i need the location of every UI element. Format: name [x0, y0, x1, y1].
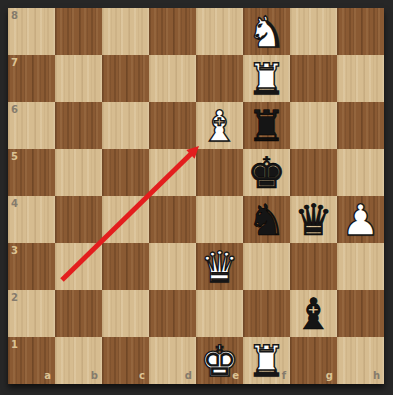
- square-d4[interactable]: [149, 196, 196, 243]
- coord-rank-7: 7: [11, 58, 18, 68]
- square-c1[interactable]: c: [102, 337, 149, 384]
- square-b5[interactable]: [55, 149, 102, 196]
- square-b1[interactable]: b: [55, 337, 102, 384]
- coord-rank-1: 1: [11, 340, 18, 350]
- square-b7[interactable]: [55, 55, 102, 102]
- square-d3[interactable]: [149, 243, 196, 290]
- square-f3[interactable]: [243, 243, 290, 290]
- square-a3[interactable]: 3: [8, 243, 55, 290]
- square-a8[interactable]: 8: [8, 8, 55, 55]
- coord-rank-6: 6: [11, 105, 18, 115]
- piece-black-queen-g4[interactable]: ♛: [290, 196, 337, 243]
- square-b6[interactable]: [55, 102, 102, 149]
- square-e2[interactable]: [196, 290, 243, 337]
- piece-black-bishop-g2[interactable]: ♝: [290, 290, 337, 337]
- square-c8[interactable]: [102, 8, 149, 55]
- square-g7[interactable]: [290, 55, 337, 102]
- square-c2[interactable]: [102, 290, 149, 337]
- square-g6[interactable]: [290, 102, 337, 149]
- square-g5[interactable]: [290, 149, 337, 196]
- square-a7[interactable]: 7: [8, 55, 55, 102]
- piece-white-bishop-e6[interactable]: ♝: [196, 102, 243, 149]
- square-c3[interactable]: [102, 243, 149, 290]
- piece-black-king-f5[interactable]: ♚: [243, 149, 290, 196]
- square-f2[interactable]: [243, 290, 290, 337]
- square-h2[interactable]: [337, 290, 384, 337]
- square-d7[interactable]: [149, 55, 196, 102]
- square-a2[interactable]: 2: [8, 290, 55, 337]
- square-d1[interactable]: d: [149, 337, 196, 384]
- chess-app-frame: 87654321abcdefgh ♞♜♝♜♚♞♛♟♛♝♚♜: [0, 0, 393, 395]
- square-g8[interactable]: [290, 8, 337, 55]
- piece-white-pawn-h4[interactable]: ♟: [337, 196, 384, 243]
- piece-white-knight-f8[interactable]: ♞: [243, 8, 290, 55]
- square-c7[interactable]: [102, 55, 149, 102]
- square-c4[interactable]: [102, 196, 149, 243]
- square-g1[interactable]: g: [290, 337, 337, 384]
- coord-rank-3: 3: [11, 246, 18, 256]
- square-h1[interactable]: h: [337, 337, 384, 384]
- coord-rank-4: 4: [11, 199, 18, 209]
- square-a5[interactable]: 5: [8, 149, 55, 196]
- coord-file-b: b: [91, 371, 98, 381]
- square-e7[interactable]: [196, 55, 243, 102]
- square-a1[interactable]: 1a: [8, 337, 55, 384]
- coord-file-d: d: [185, 371, 192, 381]
- piece-white-king-e1[interactable]: ♚: [196, 337, 243, 384]
- piece-black-knight-f4[interactable]: ♞: [243, 196, 290, 243]
- square-b3[interactable]: [55, 243, 102, 290]
- coord-file-c: c: [139, 371, 145, 381]
- square-d2[interactable]: [149, 290, 196, 337]
- coord-file-h: h: [373, 371, 380, 381]
- piece-white-rook-f1[interactable]: ♜: [243, 337, 290, 384]
- square-d6[interactable]: [149, 102, 196, 149]
- square-b2[interactable]: [55, 290, 102, 337]
- square-h6[interactable]: [337, 102, 384, 149]
- piece-white-rook-f7[interactable]: ♜: [243, 55, 290, 102]
- square-h7[interactable]: [337, 55, 384, 102]
- square-e4[interactable]: [196, 196, 243, 243]
- square-g3[interactable]: [290, 243, 337, 290]
- square-h3[interactable]: [337, 243, 384, 290]
- square-e5[interactable]: [196, 149, 243, 196]
- square-h5[interactable]: [337, 149, 384, 196]
- coord-rank-8: 8: [11, 11, 18, 21]
- square-c6[interactable]: [102, 102, 149, 149]
- coord-rank-2: 2: [11, 293, 18, 303]
- square-a4[interactable]: 4: [8, 196, 55, 243]
- coord-file-g: g: [326, 371, 333, 381]
- piece-white-queen-e3[interactable]: ♛: [196, 243, 243, 290]
- square-e8[interactable]: [196, 8, 243, 55]
- square-a6[interactable]: 6: [8, 102, 55, 149]
- square-b8[interactable]: [55, 8, 102, 55]
- square-c5[interactable]: [102, 149, 149, 196]
- square-d5[interactable]: [149, 149, 196, 196]
- square-d8[interactable]: [149, 8, 196, 55]
- square-h8[interactable]: [337, 8, 384, 55]
- square-b4[interactable]: [55, 196, 102, 243]
- piece-black-rook-f6[interactable]: ♜: [243, 102, 290, 149]
- coord-file-a: a: [44, 371, 51, 381]
- coord-rank-5: 5: [11, 152, 18, 162]
